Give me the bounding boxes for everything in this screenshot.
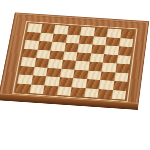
chess-board	[0, 12, 149, 110]
square-g1[interactable]	[98, 89, 113, 99]
board-grid	[16, 23, 135, 99]
square-f1[interactable]	[84, 88, 99, 98]
product-photo-background	[0, 0, 150, 150]
square-h1[interactable]	[111, 90, 126, 100]
